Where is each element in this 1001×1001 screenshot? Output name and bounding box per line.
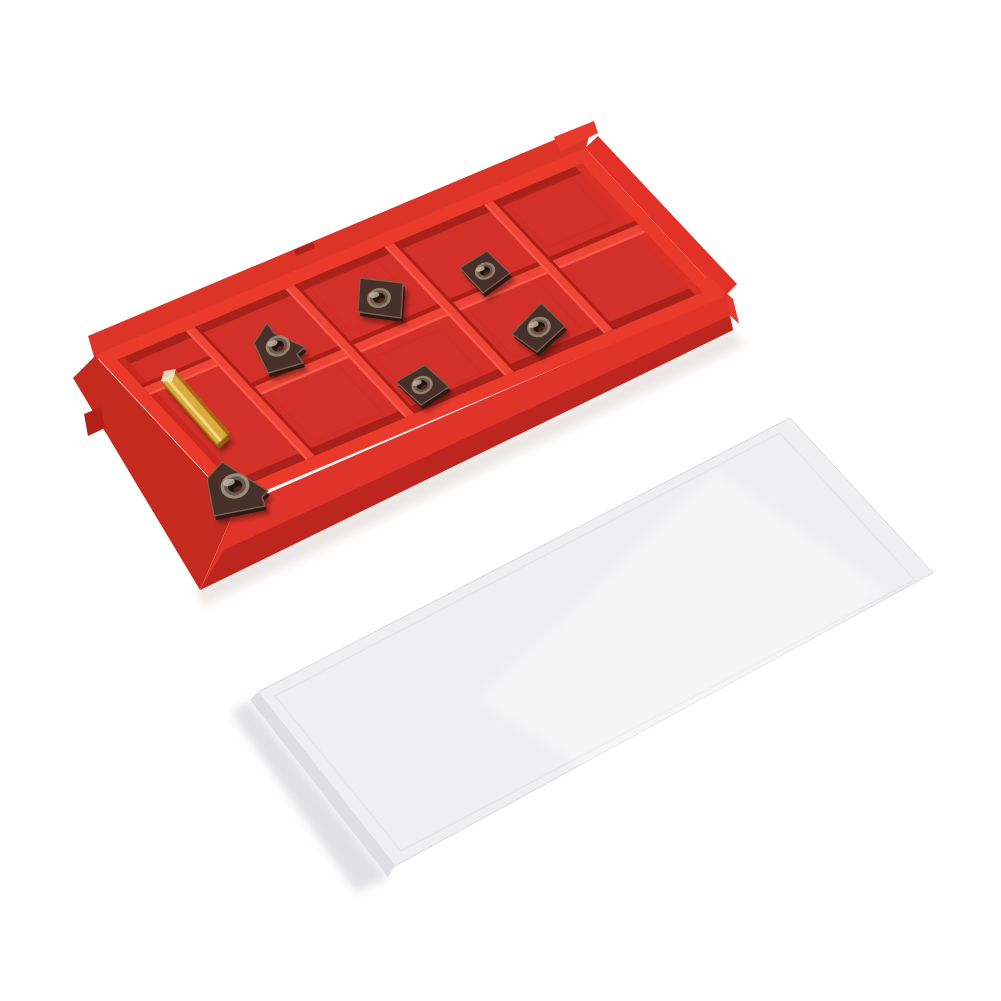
photo-stage	[0, 0, 1001, 1001]
scene-svg	[0, 0, 1001, 1001]
insert-square-insert-1	[358, 278, 408, 326]
